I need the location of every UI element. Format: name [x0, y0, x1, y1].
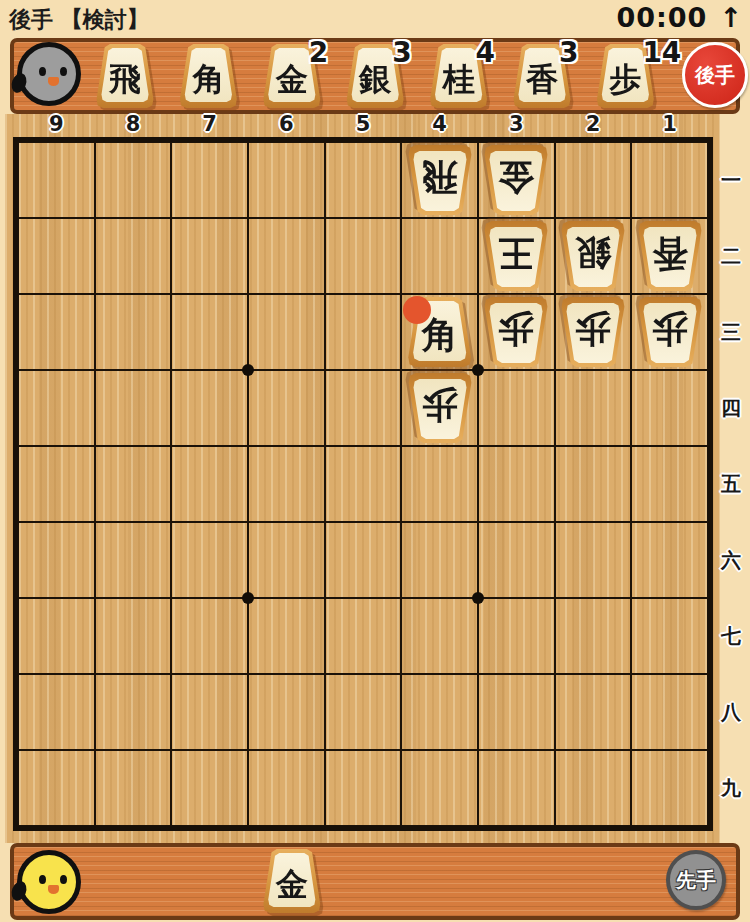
square-91[interactable]	[18, 142, 95, 218]
koma-shape: 飛	[408, 145, 472, 215]
gote-hand-count: 3	[559, 36, 578, 69]
square-17[interactable]	[631, 598, 708, 674]
square-21[interactable]	[555, 142, 632, 218]
gote-hand-slot-桂[interactable]: 桂4	[426, 42, 492, 110]
rank-label-8: 八	[714, 674, 748, 750]
square-19[interactable]	[631, 750, 708, 826]
square-95[interactable]	[18, 446, 95, 522]
koma-glyph: 飛	[408, 145, 472, 215]
shogi-board-grid: 飛金王銀香角歩歩歩歩	[13, 137, 713, 831]
star-point-icon	[472, 592, 484, 604]
avatar-eye-icon	[39, 67, 46, 76]
square-51[interactable]	[325, 142, 402, 218]
rank-label-2: 二	[714, 218, 748, 294]
gote-hand-count: 4	[476, 36, 495, 69]
square-67[interactable]	[248, 598, 325, 674]
square-84[interactable]	[95, 370, 172, 446]
square-48[interactable]	[401, 674, 478, 750]
koma-shape: 銀	[561, 221, 625, 291]
piece-undefined-金[interactable]: 金	[263, 849, 321, 913]
square-54[interactable]	[325, 370, 402, 446]
file-label-5: 5	[325, 112, 402, 136]
star-point-icon	[242, 364, 254, 376]
square-47[interactable]	[401, 598, 478, 674]
square-83[interactable]	[95, 294, 172, 370]
gote-hand-slot-歩[interactable]: 歩14	[592, 42, 658, 110]
square-93[interactable]	[18, 294, 95, 370]
koma-shape: 金	[484, 145, 548, 215]
rank-label-5: 五	[714, 446, 748, 522]
koma-shape: 王	[484, 221, 548, 291]
rank-label-7: 七	[714, 598, 748, 674]
square-71[interactable]	[171, 142, 248, 218]
square-27[interactable]	[555, 598, 632, 674]
sente-avatar-icon	[17, 850, 81, 914]
file-label-4: 4	[401, 112, 478, 136]
square-87[interactable]	[95, 598, 172, 674]
rank-label-9: 九	[714, 750, 748, 826]
turn-title: 後手 【検討】	[9, 5, 149, 35]
koma-glyph: 歩	[638, 297, 702, 367]
gote-hand-slot-金[interactable]: 金2	[259, 42, 325, 110]
square-68[interactable]	[248, 674, 325, 750]
gote-hand-slot-角[interactable]: 角	[175, 42, 241, 110]
koma-shape: 歩	[408, 373, 472, 443]
square-61[interactable]	[248, 142, 325, 218]
square-18[interactable]	[631, 674, 708, 750]
avatar-beak-icon	[48, 77, 59, 86]
avatar-eye-icon	[39, 875, 46, 884]
square-82[interactable]	[95, 218, 172, 294]
square-88[interactable]	[95, 674, 172, 750]
square-49[interactable]	[401, 750, 478, 826]
piece-gote-金-31[interactable]: 金	[484, 145, 548, 215]
square-96[interactable]	[18, 522, 95, 598]
file-label-3: 3	[478, 112, 555, 136]
avatar-beak-icon	[48, 885, 59, 894]
koma-shape: 飛	[96, 44, 154, 108]
sente-hand-tray: 先手 金	[10, 843, 740, 920]
square-98[interactable]	[18, 674, 95, 750]
avatar-eye-icon	[60, 67, 67, 76]
piece-undefined-角[interactable]: 角	[179, 44, 237, 108]
square-74[interactable]	[171, 370, 248, 446]
gote-hand-slot-飛[interactable]: 飛	[92, 42, 158, 110]
koma-shape: 歩	[638, 297, 702, 367]
square-16[interactable]	[631, 522, 708, 598]
koma-glyph: 金	[484, 145, 548, 215]
rank-label-6: 六	[714, 522, 748, 598]
piece-gote-銀-22[interactable]: 銀	[561, 221, 625, 291]
koma-shape: 角	[179, 44, 237, 108]
piece-gote-王-32[interactable]: 王	[484, 221, 548, 291]
square-29[interactable]	[555, 750, 632, 826]
piece-gote-歩-44[interactable]: 歩	[408, 373, 472, 443]
clock-time: 00:00	[616, 2, 707, 33]
square-35[interactable]	[478, 446, 555, 522]
square-34[interactable]	[478, 370, 555, 446]
square-11[interactable]	[631, 142, 708, 218]
square-77[interactable]	[171, 598, 248, 674]
square-69[interactable]	[248, 750, 325, 826]
square-65[interactable]	[248, 446, 325, 522]
koma-glyph: 歩	[408, 373, 472, 443]
square-15[interactable]	[631, 446, 708, 522]
square-85[interactable]	[95, 446, 172, 522]
turn-arrow-icon: ↑	[719, 2, 742, 33]
square-62[interactable]	[248, 218, 325, 294]
clock-area: 00:00 ↑	[616, 2, 742, 33]
piece-gote-香-12[interactable]: 香	[638, 221, 702, 291]
koma-glyph: 角	[179, 44, 237, 108]
header-bar: 後手 【検討】 00:00 ↑	[0, 0, 750, 38]
koma-shape: 歩	[561, 297, 625, 367]
square-28[interactable]	[555, 674, 632, 750]
gote-avatar-icon	[17, 42, 81, 106]
koma-glyph: 歩	[561, 297, 625, 367]
piece-gote-歩-23[interactable]: 歩	[561, 297, 625, 367]
gote-hand-count: 14	[642, 36, 681, 69]
square-38[interactable]	[478, 674, 555, 750]
piece-undefined-飛[interactable]: 飛	[96, 44, 154, 108]
square-36[interactable]	[478, 522, 555, 598]
square-59[interactable]	[325, 750, 402, 826]
square-55[interactable]	[325, 446, 402, 522]
square-42[interactable]	[401, 218, 478, 294]
koma-shape: 金	[263, 849, 321, 913]
gote-badge: 後手	[682, 42, 748, 108]
square-25[interactable]	[555, 446, 632, 522]
koma-glyph: 飛	[96, 44, 154, 108]
app-root: 後手 【検討】 00:00 ↑ 後手 飛角金2銀3桂4香3歩14 9876543…	[0, 0, 750, 922]
gote-hand-count: 3	[392, 36, 411, 69]
koma-shape: 歩	[484, 297, 548, 367]
square-94[interactable]	[18, 370, 95, 446]
square-72[interactable]	[171, 218, 248, 294]
square-45[interactable]	[401, 446, 478, 522]
gote-hand-slot-銀[interactable]: 銀3	[342, 42, 408, 110]
square-26[interactable]	[555, 522, 632, 598]
piece-gote-歩-13[interactable]: 歩	[638, 297, 702, 367]
square-39[interactable]	[478, 750, 555, 826]
koma-glyph: 香	[638, 221, 702, 291]
piece-gote-歩-33[interactable]: 歩	[484, 297, 548, 367]
square-46[interactable]	[401, 522, 478, 598]
square-99[interactable]	[18, 750, 95, 826]
avatar-eye-icon	[60, 875, 67, 884]
file-label-1: 1	[631, 112, 708, 136]
square-86[interactable]	[95, 522, 172, 598]
square-57[interactable]	[325, 598, 402, 674]
file-label-9: 9	[18, 112, 95, 136]
sente-badge: 先手	[666, 850, 726, 910]
square-97[interactable]	[18, 598, 95, 674]
square-73[interactable]	[171, 294, 248, 370]
square-92[interactable]	[18, 218, 95, 294]
file-label-7: 7	[171, 112, 248, 136]
square-78[interactable]	[171, 674, 248, 750]
file-label-8: 8	[95, 112, 172, 136]
koma-glyph: 銀	[561, 221, 625, 291]
square-56[interactable]	[325, 522, 402, 598]
rank-label-1: 一	[714, 142, 748, 218]
square-58[interactable]	[325, 674, 402, 750]
rank-label-4: 四	[714, 370, 748, 446]
square-75[interactable]	[171, 446, 248, 522]
koma-shape: 香	[638, 221, 702, 291]
square-76[interactable]	[171, 522, 248, 598]
square-24[interactable]	[555, 370, 632, 446]
rank-label-3: 三	[714, 294, 748, 370]
sente-hand-slot-金[interactable]: 金	[259, 847, 325, 915]
star-point-icon	[242, 592, 254, 604]
square-81[interactable]	[95, 142, 172, 218]
square-64[interactable]	[248, 370, 325, 446]
square-63[interactable]	[248, 294, 325, 370]
koma-glyph: 金	[263, 849, 321, 913]
file-label-2: 2	[555, 112, 632, 136]
koma-glyph: 歩	[484, 297, 548, 367]
star-point-icon	[472, 364, 484, 376]
koma-glyph: 王	[484, 221, 548, 291]
gote-hand-count: 2	[309, 36, 328, 69]
square-52[interactable]	[325, 218, 402, 294]
square-37[interactable]	[478, 598, 555, 674]
square-66[interactable]	[248, 522, 325, 598]
square-79[interactable]	[171, 750, 248, 826]
gote-hand-slot-香[interactable]: 香3	[509, 42, 575, 110]
file-label-6: 6	[248, 112, 325, 136]
square-89[interactable]	[95, 750, 172, 826]
square-53[interactable]	[325, 294, 402, 370]
piece-gote-飛-41[interactable]: 飛	[408, 145, 472, 215]
square-14[interactable]	[631, 370, 708, 446]
gote-hand-tray: 後手 飛角金2銀3桂4香3歩14	[10, 38, 740, 114]
